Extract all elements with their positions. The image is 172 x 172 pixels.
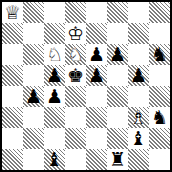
square-h2[interactable] <box>149 128 170 149</box>
square-h6[interactable]: ♞ <box>149 44 170 65</box>
square-g7[interactable] <box>128 23 149 44</box>
piece-black-rook: ♜ <box>107 149 128 170</box>
chessboard: ♛♕♚♔♞♘♞♘♟♟♞♟♚♟♟♟♟♝♗♞♝♝♜ <box>0 0 172 172</box>
piece-white-knight: ♘ <box>44 44 65 65</box>
piece-black-pawn: ♟ <box>86 65 107 86</box>
piece-black-bishop: ♝ <box>128 128 149 149</box>
square-a5[interactable] <box>2 65 23 86</box>
square-c7[interactable] <box>44 23 65 44</box>
square-a2[interactable] <box>2 128 23 149</box>
square-d8[interactable] <box>65 2 86 23</box>
square-b5[interactable] <box>23 65 44 86</box>
square-b1[interactable] <box>23 149 44 170</box>
square-g6[interactable] <box>128 44 149 65</box>
square-f6[interactable]: ♟ <box>107 44 128 65</box>
square-a8[interactable]: ♛♕ <box>2 2 23 23</box>
square-a6[interactable] <box>2 44 23 65</box>
square-d2[interactable] <box>65 128 86 149</box>
square-e3[interactable] <box>86 107 107 128</box>
square-g1[interactable] <box>128 149 149 170</box>
piece-black-pawn: ♟ <box>44 65 65 86</box>
square-e1[interactable] <box>86 149 107 170</box>
square-d5[interactable]: ♚ <box>65 65 86 86</box>
square-e7[interactable] <box>86 23 107 44</box>
square-f5[interactable] <box>107 65 128 86</box>
piece-black-pawn: ♟ <box>128 65 149 86</box>
square-e6[interactable]: ♟ <box>86 44 107 65</box>
piece-white-bishop: ♗ <box>128 107 149 128</box>
square-b2[interactable] <box>23 128 44 149</box>
square-d4[interactable] <box>65 86 86 107</box>
square-e5[interactable]: ♟ <box>86 65 107 86</box>
piece-black-pawn: ♟ <box>44 86 65 107</box>
square-e2[interactable] <box>86 128 107 149</box>
square-a1[interactable] <box>2 149 23 170</box>
piece-white-knight: ♘ <box>65 44 86 65</box>
square-d7[interactable]: ♚♔ <box>65 23 86 44</box>
piece-black-knight: ♞ <box>149 107 170 128</box>
square-c6[interactable]: ♞♘ <box>44 44 65 65</box>
square-g4[interactable] <box>128 86 149 107</box>
piece-black-knight: ♞ <box>149 44 170 65</box>
square-f3[interactable] <box>107 107 128 128</box>
square-c3[interactable] <box>44 107 65 128</box>
square-f7[interactable] <box>107 23 128 44</box>
square-g3[interactable]: ♝♗ <box>128 107 149 128</box>
square-c5[interactable]: ♟ <box>44 65 65 86</box>
square-h4[interactable] <box>149 86 170 107</box>
square-g8[interactable] <box>128 2 149 23</box>
square-b4[interactable]: ♟ <box>23 86 44 107</box>
square-f4[interactable] <box>107 86 128 107</box>
square-d1[interactable] <box>65 149 86 170</box>
square-a7[interactable] <box>2 23 23 44</box>
piece-black-king: ♚ <box>65 65 86 86</box>
square-f2[interactable] <box>107 128 128 149</box>
square-c2[interactable] <box>44 128 65 149</box>
square-d6[interactable]: ♞♘ <box>65 44 86 65</box>
square-g2[interactable]: ♝ <box>128 128 149 149</box>
square-b8[interactable] <box>23 2 44 23</box>
square-b3[interactable] <box>23 107 44 128</box>
square-c4[interactable]: ♟ <box>44 86 65 107</box>
chessboard-grid: ♛♕♚♔♞♘♞♘♟♟♞♟♚♟♟♟♟♝♗♞♝♝♜ <box>0 0 172 172</box>
square-c1[interactable]: ♝ <box>44 149 65 170</box>
square-g5[interactable]: ♟ <box>128 65 149 86</box>
square-h7[interactable] <box>149 23 170 44</box>
square-c8[interactable] <box>44 2 65 23</box>
square-b7[interactable] <box>23 23 44 44</box>
square-a4[interactable] <box>2 86 23 107</box>
piece-black-pawn: ♟ <box>86 44 107 65</box>
square-e4[interactable] <box>86 86 107 107</box>
piece-white-king: ♔ <box>65 23 86 44</box>
piece-black-pawn: ♟ <box>107 44 128 65</box>
square-f1[interactable]: ♜ <box>107 149 128 170</box>
square-b6[interactable] <box>23 44 44 65</box>
square-h1[interactable] <box>149 149 170 170</box>
square-h5[interactable] <box>149 65 170 86</box>
square-h3[interactable]: ♞ <box>149 107 170 128</box>
piece-white-queen: ♕ <box>2 2 23 23</box>
square-h8[interactable] <box>149 2 170 23</box>
square-a3[interactable] <box>2 107 23 128</box>
piece-black-bishop: ♝ <box>44 149 65 170</box>
square-f8[interactable] <box>107 2 128 23</box>
square-e8[interactable] <box>86 2 107 23</box>
piece-black-pawn: ♟ <box>23 86 44 107</box>
square-d3[interactable] <box>65 107 86 128</box>
